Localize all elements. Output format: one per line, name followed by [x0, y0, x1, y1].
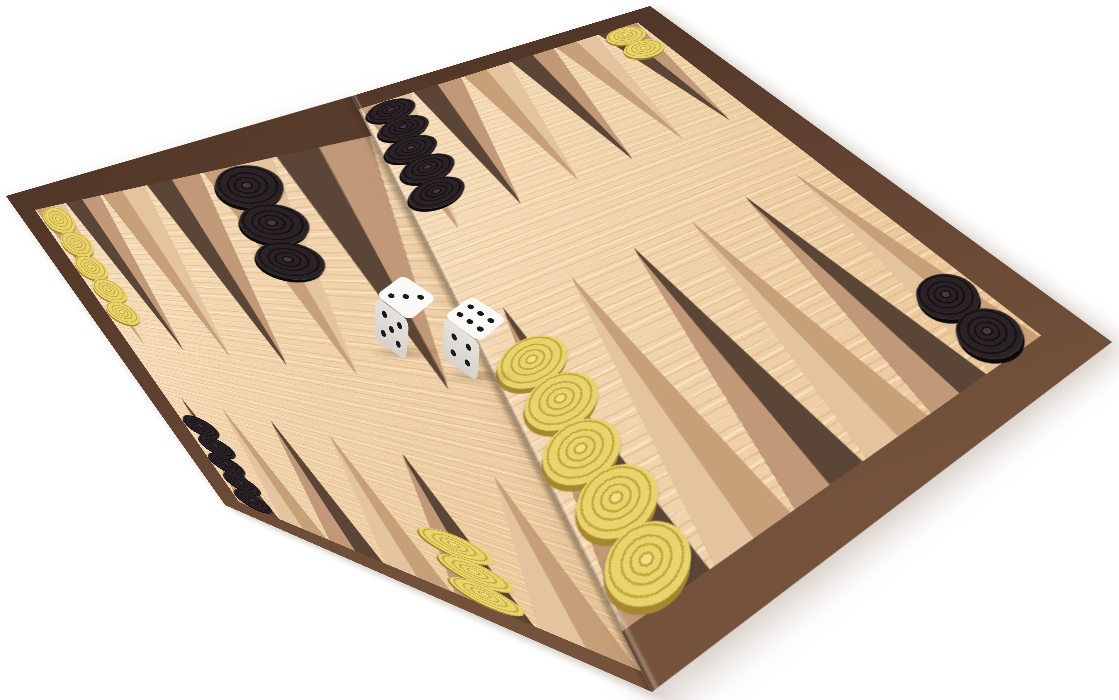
scene — [0, 0, 1119, 700]
